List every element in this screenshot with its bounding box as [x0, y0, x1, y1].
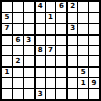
- cell-r4c4[interactable]: [35, 35, 45, 45]
- cell-r8c1[interactable]: [2, 78, 12, 88]
- cell-r2c1[interactable]: 5: [2, 13, 12, 23]
- cell-r7c4[interactable]: [35, 67, 45, 77]
- cell-r3c4[interactable]: [35, 24, 45, 34]
- cell-r8c7[interactable]: [67, 78, 77, 88]
- cell-r7c6[interactable]: [56, 67, 66, 77]
- cell-r5c8[interactable]: [78, 46, 88, 56]
- cell-r9c4[interactable]: 3: [35, 89, 45, 99]
- cell-r5c9[interactable]: [89, 46, 99, 56]
- cell-r7c9[interactable]: [89, 67, 99, 77]
- cell-r4c6[interactable]: [56, 35, 66, 45]
- cell-r8c8[interactable]: 1: [78, 78, 88, 88]
- cell-r3c2[interactable]: [13, 24, 23, 34]
- cell-r3c5[interactable]: [46, 24, 56, 34]
- cell-r3c7[interactable]: 3: [67, 24, 77, 34]
- cell-r9c9[interactable]: [89, 89, 99, 99]
- cell-r7c8[interactable]: 5: [78, 67, 88, 77]
- cell-r7c5[interactable]: [46, 67, 56, 77]
- cell-r8c6[interactable]: [56, 78, 66, 88]
- cell-r2c9[interactable]: [89, 13, 99, 23]
- cell-r2c4[interactable]: [35, 13, 45, 23]
- cell-r6c7[interactable]: [67, 56, 77, 66]
- cell-r3c6[interactable]: [56, 24, 66, 34]
- cell-r2c8[interactable]: [78, 13, 88, 23]
- cell-r4c2[interactable]: 6: [13, 35, 23, 45]
- cell-r9c7[interactable]: [67, 89, 77, 99]
- cell-r1c2[interactable]: [13, 2, 23, 12]
- cell-r8c9[interactable]: 9: [89, 78, 99, 88]
- cell-r5c4[interactable]: 8: [35, 46, 45, 56]
- cell-r1c7[interactable]: 2: [67, 2, 77, 12]
- cell-r1c3[interactable]: [24, 2, 34, 12]
- cell-r6c2[interactable]: 2: [13, 56, 23, 66]
- cell-r9c5[interactable]: [46, 89, 56, 99]
- sudoku-board: 46251736387215193: [0, 0, 101, 101]
- cell-r7c1[interactable]: 1: [2, 67, 12, 77]
- cell-r8c5[interactable]: [46, 78, 56, 88]
- cell-r4c9[interactable]: [89, 35, 99, 45]
- cell-r5c3[interactable]: [24, 46, 34, 56]
- cell-r9c1[interactable]: [2, 89, 12, 99]
- cell-r4c3[interactable]: 3: [24, 35, 34, 45]
- cell-r1c4[interactable]: 4: [35, 2, 45, 12]
- cell-r6c8[interactable]: [78, 56, 88, 66]
- cell-r2c7[interactable]: [67, 13, 77, 23]
- cell-r9c3[interactable]: [24, 89, 34, 99]
- cell-r7c7[interactable]: [67, 67, 77, 77]
- cell-r6c6[interactable]: [56, 56, 66, 66]
- cell-r6c3[interactable]: [24, 56, 34, 66]
- cell-r5c2[interactable]: [13, 46, 23, 56]
- cell-r7c2[interactable]: [13, 67, 23, 77]
- cell-r5c6[interactable]: [56, 46, 66, 56]
- cell-r4c8[interactable]: [78, 35, 88, 45]
- cell-r1c9[interactable]: [89, 2, 99, 12]
- cell-r3c1[interactable]: 7: [2, 24, 12, 34]
- cell-r2c5[interactable]: 1: [46, 13, 56, 23]
- cell-r2c6[interactable]: [56, 13, 66, 23]
- cell-r2c3[interactable]: [24, 13, 34, 23]
- cell-r5c1[interactable]: [2, 46, 12, 56]
- cell-r4c7[interactable]: [67, 35, 77, 45]
- cell-r6c1[interactable]: [2, 56, 12, 66]
- cell-r1c1[interactable]: [2, 2, 12, 12]
- cell-r6c4[interactable]: [35, 56, 45, 66]
- cell-r9c6[interactable]: [56, 89, 66, 99]
- cell-r1c8[interactable]: [78, 2, 88, 12]
- cell-r6c5[interactable]: [46, 56, 56, 66]
- cell-r5c5[interactable]: 7: [46, 46, 56, 56]
- cell-r1c6[interactable]: 6: [56, 2, 66, 12]
- cell-r5c7[interactable]: [67, 46, 77, 56]
- cell-r8c3[interactable]: [24, 78, 34, 88]
- cell-r1c5[interactable]: [46, 2, 56, 12]
- cell-r3c8[interactable]: [78, 24, 88, 34]
- cell-r6c9[interactable]: [89, 56, 99, 66]
- cell-r4c5[interactable]: [46, 35, 56, 45]
- cell-r7c3[interactable]: [24, 67, 34, 77]
- cell-r3c9[interactable]: [89, 24, 99, 34]
- cell-r8c2[interactable]: [13, 78, 23, 88]
- cell-r8c4[interactable]: [35, 78, 45, 88]
- cell-r2c2[interactable]: [13, 13, 23, 23]
- cell-r3c3[interactable]: [24, 24, 34, 34]
- cell-r9c8[interactable]: [78, 89, 88, 99]
- cell-r4c1[interactable]: [2, 35, 12, 45]
- cell-r9c2[interactable]: [13, 89, 23, 99]
